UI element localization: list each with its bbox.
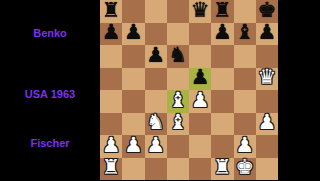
square-g5[interactable] <box>234 68 256 91</box>
left-panel: Benko USA 1963 Fischer <box>0 0 100 180</box>
square-c6[interactable]: ♟ <box>145 45 167 68</box>
square-g2[interactable]: ♟ <box>234 135 256 158</box>
black-king: ♚ <box>257 0 276 21</box>
black-queen: ♛ <box>191 0 210 21</box>
black-pawn: ♟ <box>124 22 143 43</box>
square-e4[interactable]: ♟ <box>189 90 211 113</box>
right-bar <box>278 0 320 180</box>
square-c5[interactable] <box>145 68 167 91</box>
square-e7[interactable] <box>189 23 211 46</box>
square-h7[interactable]: ♟ <box>256 23 278 46</box>
square-d5[interactable] <box>167 68 189 91</box>
white-pawn: ♟ <box>146 135 165 156</box>
black-pawn: ♟ <box>191 67 210 88</box>
square-f1[interactable]: ♜ <box>211 158 233 181</box>
square-d8[interactable] <box>167 0 189 23</box>
square-a1[interactable]: ♜ <box>100 158 122 181</box>
square-g8[interactable] <box>234 0 256 23</box>
black-rook: ♜ <box>102 0 121 21</box>
square-f8[interactable]: ♜ <box>211 0 233 23</box>
square-c2[interactable]: ♟ <box>145 135 167 158</box>
square-c8[interactable] <box>145 0 167 23</box>
square-f2[interactable] <box>211 135 233 158</box>
chess-board: ♜♛♜♚♟♟♟♝♟♟♞♟♛♝♟♞♝♟♟♟♟♟♜♜♚ <box>100 0 278 180</box>
square-c7[interactable] <box>145 23 167 46</box>
black-pawn: ♟ <box>102 22 121 43</box>
square-d1[interactable] <box>167 158 189 181</box>
square-b1[interactable] <box>122 158 144 181</box>
square-e3[interactable] <box>189 113 211 136</box>
square-b7[interactable]: ♟ <box>122 23 144 46</box>
square-h2[interactable] <box>256 135 278 158</box>
white-pawn: ♟ <box>235 135 254 156</box>
square-d6[interactable]: ♞ <box>167 45 189 68</box>
square-d4[interactable]: ♝ <box>167 90 189 113</box>
square-a6[interactable] <box>100 45 122 68</box>
square-a3[interactable] <box>100 113 122 136</box>
square-h6[interactable] <box>256 45 278 68</box>
video-frame: Benko USA 1963 Fischer ♜♛♜♚♟♟♟♝♟♟♞♟♛♝♟♞♝… <box>0 0 320 180</box>
square-b6[interactable] <box>122 45 144 68</box>
square-f3[interactable] <box>211 113 233 136</box>
square-e6[interactable] <box>189 45 211 68</box>
square-e8[interactable]: ♛ <box>189 0 211 23</box>
event-label: USA 1963 <box>16 88 84 100</box>
square-g1[interactable]: ♚ <box>234 158 256 181</box>
square-b2[interactable]: ♟ <box>122 135 144 158</box>
square-h8[interactable]: ♚ <box>256 0 278 23</box>
square-f6[interactable] <box>211 45 233 68</box>
white-pawn: ♟ <box>257 112 276 133</box>
square-a7[interactable]: ♟ <box>100 23 122 46</box>
square-h3[interactable]: ♟ <box>256 113 278 136</box>
square-b5[interactable] <box>122 68 144 91</box>
black-pawn: ♟ <box>257 22 276 43</box>
square-d7[interactable] <box>167 23 189 46</box>
square-e5[interactable]: ♟ <box>189 68 211 91</box>
square-c3[interactable]: ♞ <box>145 113 167 136</box>
square-g6[interactable] <box>234 45 256 68</box>
square-f5[interactable] <box>211 68 233 91</box>
square-a4[interactable] <box>100 90 122 113</box>
square-a8[interactable]: ♜ <box>100 0 122 23</box>
square-e1[interactable] <box>189 158 211 181</box>
black-player-name: Benko <box>16 27 84 39</box>
square-b4[interactable] <box>122 90 144 113</box>
square-c4[interactable] <box>145 90 167 113</box>
square-a2[interactable]: ♟ <box>100 135 122 158</box>
white-queen: ♛ <box>257 67 276 88</box>
square-b8[interactable] <box>122 0 144 23</box>
white-bishop: ♝ <box>168 112 187 133</box>
white-player-name: Fischer <box>16 137 84 149</box>
square-a5[interactable] <box>100 68 122 91</box>
square-g7[interactable]: ♝ <box>234 23 256 46</box>
white-bishop: ♝ <box>168 90 187 111</box>
square-h1[interactable] <box>256 158 278 181</box>
white-rook: ♜ <box>213 157 232 178</box>
square-c1[interactable] <box>145 158 167 181</box>
square-g3[interactable] <box>234 113 256 136</box>
square-h5[interactable]: ♛ <box>256 68 278 91</box>
square-g4[interactable] <box>234 90 256 113</box>
white-knight: ♞ <box>146 112 165 133</box>
black-knight: ♞ <box>168 45 187 66</box>
square-f4[interactable] <box>211 90 233 113</box>
white-pawn: ♟ <box>191 90 210 111</box>
square-d3[interactable]: ♝ <box>167 113 189 136</box>
white-pawn: ♟ <box>102 135 121 156</box>
white-pawn: ♟ <box>124 135 143 156</box>
black-rook: ♜ <box>213 0 232 21</box>
square-d2[interactable] <box>167 135 189 158</box>
black-bishop: ♝ <box>235 22 254 43</box>
square-b3[interactable] <box>122 113 144 136</box>
white-king: ♚ <box>235 157 254 178</box>
white-rook: ♜ <box>102 157 121 178</box>
black-pawn: ♟ <box>146 45 165 66</box>
square-e2[interactable] <box>189 135 211 158</box>
square-f7[interactable]: ♟ <box>211 23 233 46</box>
square-h4[interactable] <box>256 90 278 113</box>
black-pawn: ♟ <box>213 22 232 43</box>
